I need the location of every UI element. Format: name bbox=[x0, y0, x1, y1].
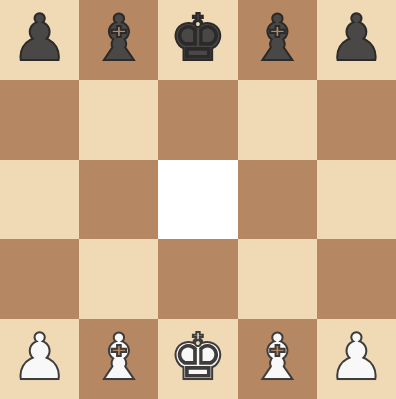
square-a5[interactable]: ♟ bbox=[0, 0, 79, 80]
square-d5[interactable]: ♝ bbox=[238, 0, 317, 80]
square-a3[interactable] bbox=[0, 160, 79, 240]
square-e3[interactable] bbox=[317, 160, 396, 240]
square-c1[interactable]: ♚ bbox=[158, 319, 237, 399]
square-d1[interactable]: ♝ bbox=[238, 319, 317, 399]
black-king-c5[interactable]: ♚ bbox=[169, 6, 226, 70]
square-c2[interactable] bbox=[158, 239, 237, 319]
square-b5[interactable]: ♝ bbox=[79, 0, 158, 80]
square-e4[interactable] bbox=[317, 80, 396, 160]
square-e5[interactable]: ♟ bbox=[317, 0, 396, 80]
white-bishop-d1[interactable]: ♝ bbox=[248, 325, 305, 389]
square-d2[interactable] bbox=[238, 239, 317, 319]
square-c4[interactable] bbox=[158, 80, 237, 160]
black-pawn-a5[interactable]: ♟ bbox=[11, 6, 68, 70]
square-a4[interactable] bbox=[0, 80, 79, 160]
square-e2[interactable] bbox=[317, 239, 396, 319]
black-bishop-b5[interactable]: ♝ bbox=[90, 6, 147, 70]
white-bishop-b1[interactable]: ♝ bbox=[90, 325, 147, 389]
white-pawn-e1[interactable]: ♟ bbox=[328, 325, 385, 389]
square-b3[interactable] bbox=[79, 160, 158, 240]
square-b1[interactable]: ♝ bbox=[79, 319, 158, 399]
chess-board: ♟♝♚♝♟♟♝♚♝♟ bbox=[0, 0, 396, 399]
white-king-c1[interactable]: ♚ bbox=[169, 325, 226, 389]
square-a1[interactable]: ♟ bbox=[0, 319, 79, 399]
square-b4[interactable] bbox=[79, 80, 158, 160]
square-a2[interactable] bbox=[0, 239, 79, 319]
white-pawn-a1[interactable]: ♟ bbox=[11, 325, 68, 389]
square-e1[interactable]: ♟ bbox=[317, 319, 396, 399]
square-c3[interactable] bbox=[158, 160, 237, 240]
square-d4[interactable] bbox=[238, 80, 317, 160]
square-d3[interactable] bbox=[238, 160, 317, 240]
square-c5[interactable]: ♚ bbox=[158, 0, 237, 80]
square-b2[interactable] bbox=[79, 239, 158, 319]
black-bishop-d5[interactable]: ♝ bbox=[248, 6, 305, 70]
black-pawn-e5[interactable]: ♟ bbox=[328, 6, 385, 70]
